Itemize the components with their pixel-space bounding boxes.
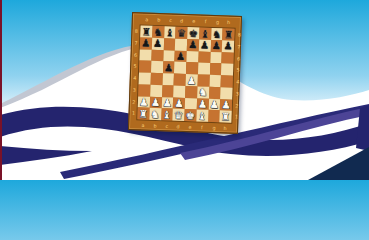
- rank-label-left-5: 5: [132, 64, 137, 69]
- square-b2[interactable]: ♟: [150, 96, 162, 108]
- file-label-top-e: e: [189, 18, 199, 23]
- piece-black-pawn[interactable]: ♟: [164, 62, 174, 73]
- square-g7[interactable]: ♟: [210, 40, 222, 52]
- square-f6[interactable]: [198, 51, 210, 63]
- piece-black-king[interactable]: ♚: [188, 28, 198, 39]
- square-a4[interactable]: [139, 72, 151, 84]
- square-g6[interactable]: [210, 51, 222, 63]
- square-c5[interactable]: ♟: [162, 61, 174, 73]
- piece-black-pawn[interactable]: ♟: [176, 51, 186, 62]
- square-d5[interactable]: [174, 62, 186, 74]
- file-label-top-f: f: [201, 19, 211, 24]
- file-label-top-d: d: [177, 18, 187, 23]
- chess-board: ♜♞♝♛♚♝♞♜♟♟♟♟♟♟♟♟♟♞♟♟♟♟♟♟♟♜♞♝♛♚♝♜ aabbccd…: [128, 12, 242, 134]
- square-d6[interactable]: ♟: [175, 50, 187, 62]
- square-a6[interactable]: [139, 49, 151, 61]
- square-b6[interactable]: [151, 49, 163, 61]
- file-label-top-b: b: [154, 17, 164, 22]
- rank-label-right-3: 3: [235, 91, 240, 96]
- rank-label-left-1: 1: [131, 111, 136, 116]
- file-label-top-h: h: [224, 19, 234, 24]
- piece-white-pawn[interactable]: ♟: [198, 99, 208, 110]
- piece-white-bishop[interactable]: ♝: [162, 109, 172, 120]
- square-e8[interactable]: ♚: [187, 27, 199, 39]
- square-f3[interactable]: ♞: [197, 86, 209, 98]
- square-a7[interactable]: ♟: [140, 37, 152, 49]
- piece-black-pawn[interactable]: ♟: [223, 41, 233, 52]
- square-g4[interactable]: [209, 75, 221, 87]
- square-e4[interactable]: ♟: [186, 74, 198, 86]
- square-d4[interactable]: [174, 74, 186, 86]
- square-f8[interactable]: ♝: [199, 27, 211, 39]
- rank-label-right-6: 6: [236, 56, 241, 61]
- file-label-top-g: g: [212, 19, 222, 24]
- square-g3[interactable]: [209, 87, 221, 99]
- piece-white-bishop[interactable]: ♝: [197, 110, 207, 121]
- square-f2[interactable]: ♟: [196, 98, 208, 110]
- file-label-top-c: c: [165, 17, 175, 22]
- piece-black-knight[interactable]: ♞: [212, 29, 222, 40]
- square-h3[interactable]: [220, 87, 232, 99]
- square-a5[interactable]: [139, 61, 151, 73]
- square-e3[interactable]: [185, 86, 197, 98]
- square-g1[interactable]: [208, 110, 220, 122]
- piece-black-pawn[interactable]: ♟: [188, 39, 198, 50]
- square-d8[interactable]: ♛: [175, 27, 187, 39]
- square-h1[interactable]: ♜: [220, 110, 232, 122]
- square-g2[interactable]: ♟: [208, 98, 220, 110]
- square-c7[interactable]: [163, 38, 175, 50]
- square-e7[interactable]: ♟: [187, 39, 199, 51]
- piece-white-rook[interactable]: ♜: [221, 111, 231, 122]
- square-f5[interactable]: [198, 63, 210, 75]
- square-d2[interactable]: ♟: [173, 97, 185, 109]
- screenshot-root: { "game": "chess", "position": "rnbqkbnr…: [0, 0, 369, 180]
- square-f4[interactable]: [197, 74, 209, 86]
- rank-label-left-3: 3: [131, 87, 136, 92]
- square-h8[interactable]: ♜: [222, 28, 234, 40]
- square-b8[interactable]: ♞: [152, 26, 164, 38]
- square-h4[interactable]: [221, 75, 233, 87]
- square-a8[interactable]: ♜: [140, 25, 152, 37]
- piece-white-pawn[interactable]: ♟: [139, 97, 149, 108]
- rank-label-left-7: 7: [133, 41, 138, 46]
- square-b7[interactable]: ♟: [152, 38, 164, 50]
- square-b1[interactable]: ♞: [149, 108, 161, 120]
- rank-label-right-4: 4: [235, 79, 240, 84]
- square-c3[interactable]: [162, 85, 174, 97]
- rank-label-right-1: 1: [234, 115, 239, 120]
- file-label-bottom-a: a: [138, 123, 148, 128]
- square-e5[interactable]: [186, 62, 198, 74]
- piece-black-pawn[interactable]: ♟: [200, 40, 210, 51]
- piece-black-pawn[interactable]: ♟: [153, 38, 163, 49]
- piece-white-pawn[interactable]: ♟: [221, 99, 231, 110]
- square-c1[interactable]: ♝: [161, 108, 173, 120]
- file-label-bottom-c: c: [162, 123, 172, 128]
- rank-label-left-2: 2: [131, 99, 136, 104]
- square-d3[interactable]: [173, 85, 185, 97]
- square-d1[interactable]: ♛: [173, 109, 185, 121]
- square-e2[interactable]: [185, 98, 197, 110]
- piece-white-pawn[interactable]: ♟: [174, 98, 184, 109]
- square-f7[interactable]: ♟: [199, 39, 211, 51]
- square-c2[interactable]: ♟: [161, 97, 173, 109]
- rank-label-right-5: 5: [236, 68, 241, 73]
- piece-white-pawn[interactable]: ♟: [151, 97, 161, 108]
- square-f1[interactable]: ♝: [196, 110, 208, 122]
- square-c4[interactable]: [162, 73, 174, 85]
- square-e6[interactable]: [186, 51, 198, 63]
- file-label-bottom-b: b: [150, 123, 160, 128]
- square-g5[interactable]: [209, 63, 221, 75]
- square-a3[interactable]: [138, 84, 150, 96]
- piece-black-rook[interactable]: ♜: [141, 26, 151, 37]
- rank-label-left-6: 6: [133, 52, 138, 57]
- piece-white-knight[interactable]: ♞: [150, 109, 160, 120]
- square-b5[interactable]: [151, 61, 163, 73]
- square-b3[interactable]: [150, 85, 162, 97]
- rank-label-right-2: 2: [234, 103, 239, 108]
- rank-label-right-7: 7: [236, 44, 241, 49]
- piece-white-knight[interactable]: ♞: [198, 87, 208, 98]
- piece-black-pawn[interactable]: ♟: [211, 40, 221, 51]
- file-label-bottom-e: e: [185, 124, 195, 129]
- square-h6[interactable]: [222, 52, 234, 64]
- square-a2[interactable]: ♟: [138, 96, 150, 108]
- square-a1[interactable]: ♜: [137, 108, 149, 120]
- square-b4[interactable]: [150, 73, 162, 85]
- piece-white-king[interactable]: ♚: [186, 110, 196, 121]
- square-e1[interactable]: ♚: [184, 109, 196, 121]
- left-edge-stripe: [0, 0, 2, 180]
- file-label-bottom-d: d: [173, 124, 183, 129]
- board-grid: ♜♞♝♛♚♝♞♜♟♟♟♟♟♟♟♟♟♞♟♟♟♟♟♟♟♜♞♝♛♚♝♜: [136, 24, 235, 123]
- rank-label-right-8: 8: [237, 32, 242, 37]
- file-label-top-a: a: [142, 17, 152, 22]
- piece-black-knight[interactable]: ♞: [153, 26, 163, 37]
- square-c6[interactable]: [163, 50, 175, 62]
- piece-white-pawn[interactable]: ♟: [209, 99, 219, 110]
- piece-white-pawn[interactable]: ♟: [187, 75, 197, 86]
- rank-label-left-8: 8: [133, 29, 138, 34]
- piece-black-pawn[interactable]: ♟: [141, 38, 151, 49]
- square-h5[interactable]: [221, 64, 233, 76]
- square-d7[interactable]: [175, 38, 187, 50]
- rank-label-left-4: 4: [132, 76, 137, 81]
- piece-black-bishop[interactable]: ♝: [165, 27, 175, 38]
- square-h7[interactable]: ♟: [222, 40, 234, 52]
- piece-black-rook[interactable]: ♜: [224, 29, 234, 40]
- file-label-bottom-h: h: [220, 125, 230, 130]
- file-label-bottom-g: g: [209, 125, 219, 130]
- piece-black-bishop[interactable]: ♝: [200, 28, 210, 39]
- square-h2[interactable]: ♟: [220, 99, 232, 111]
- file-label-bottom-f: f: [197, 125, 207, 130]
- square-g8[interactable]: ♞: [211, 28, 223, 40]
- piece-black-queen[interactable]: ♛: [177, 27, 187, 38]
- piece-white-rook[interactable]: ♜: [139, 108, 149, 119]
- square-c8[interactable]: ♝: [164, 26, 176, 38]
- piece-white-pawn[interactable]: ♟: [162, 97, 172, 108]
- piece-white-queen[interactable]: ♛: [174, 110, 184, 121]
